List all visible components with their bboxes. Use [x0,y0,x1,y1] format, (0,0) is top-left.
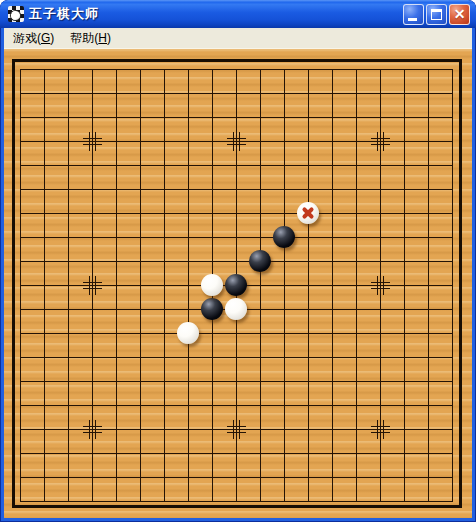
menu-item-help[interactable]: 帮助(H) [63,28,120,49]
grid-line-vertical [284,69,285,502]
star-point-line [83,138,102,139]
window-title: 五子棋大师 [29,5,99,23]
star-point-line [377,420,378,439]
grid-line-horizontal [20,405,453,406]
menu-bar: 游戏(G) 帮助(H) [4,28,472,49]
star-point-line [377,132,378,151]
white-stone [201,274,223,296]
window-controls: ✕ [403,4,470,25]
star-point [371,276,390,295]
star-point-line [227,432,246,433]
grid-line-vertical [308,69,309,502]
close-icon: ✕ [450,5,469,24]
star-point-line [227,426,246,427]
grid-line-vertical [404,69,405,502]
grid-line-vertical [356,69,357,502]
window-titlebar[interactable]: 五子棋大师 ✕ [0,0,476,28]
star-point-line [227,144,246,145]
star-point-line [95,420,96,439]
star-point-line [377,276,378,295]
star-point [227,420,246,439]
star-point-line [371,138,390,139]
close-button[interactable]: ✕ [449,4,470,25]
grid-line-vertical [260,69,261,502]
minimize-button[interactable] [403,4,424,25]
star-point-line [83,426,102,427]
star-point-line [83,432,102,433]
star-point-line [383,132,384,151]
star-point-line [95,276,96,295]
grid-line-horizontal [20,501,453,502]
star-point [83,420,102,439]
star-point-line [83,144,102,145]
star-point-line [371,282,390,283]
star-point [371,132,390,151]
star-point-line [383,276,384,295]
grid-line-horizontal [20,477,453,478]
grid-line-horizontal [20,453,453,454]
menu-item-game[interactable]: 游戏(G) [6,28,63,49]
white-stone [177,322,199,344]
menu-item-help-label: 帮助(H) [70,31,111,45]
app-window: 五子棋大师 ✕ 游戏(G) 帮助(H) [0,0,476,522]
star-point-line [83,282,102,283]
star-point-line [383,420,384,439]
grid-line-horizontal [20,357,453,358]
maximize-button[interactable] [426,4,447,25]
black-stone [273,226,295,248]
grid-line-horizontal [20,333,453,334]
grid-line-vertical [428,69,429,502]
star-point-line [227,138,246,139]
star-point-line [371,288,390,289]
star-point-line [89,276,90,295]
star-point-line [233,132,234,151]
minimize-icon [408,18,417,21]
grid-line-vertical [452,69,453,502]
app-icon [8,6,24,22]
maximize-icon [431,9,442,20]
star-point-line [83,288,102,289]
black-stone [201,298,223,320]
black-stone [225,274,247,296]
white-stone [225,298,247,320]
black-stone [249,250,271,272]
star-point-line [239,132,240,151]
star-point-line [95,132,96,151]
star-point-line [371,144,390,145]
star-point-line [89,132,90,151]
grid-line-vertical [332,69,333,502]
last-move-marker [297,202,319,224]
star-point-line [371,426,390,427]
star-point [83,276,102,295]
grid-line-horizontal [20,381,453,382]
star-point [227,132,246,151]
star-point [371,420,390,439]
star-point-line [239,420,240,439]
star-point [83,132,102,151]
menu-item-game-label: 游戏(G) [13,31,54,45]
star-point-line [371,432,390,433]
goban[interactable] [4,49,472,518]
star-point-line [233,420,234,439]
star-point-line [89,420,90,439]
